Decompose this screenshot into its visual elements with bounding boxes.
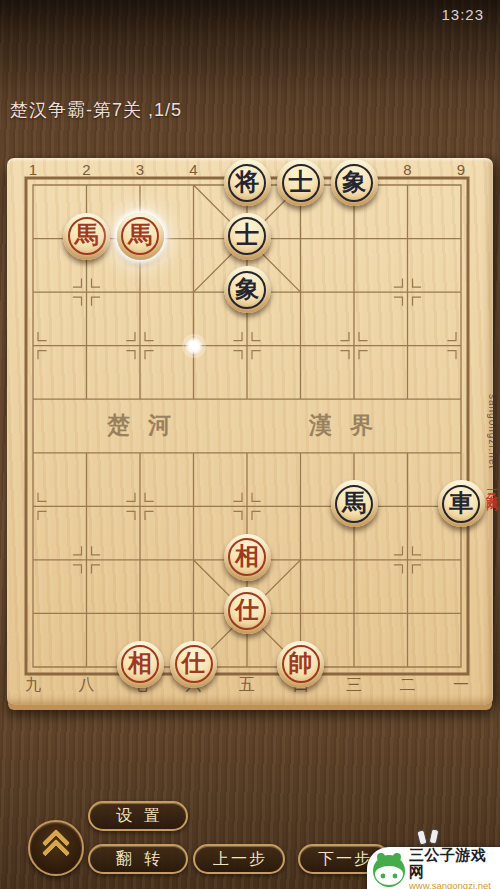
app-screen: 13:23 楚汉争霸-第7关 ,1/5 楚河 漢界 123456789九八七六五… [0,0,500,889]
file-label-top: 1 [22,161,44,178]
piece-red-elephant[interactable]: 相 [117,641,164,688]
watermark-vertical: sangongzi.net 三公子游戏网 [484,394,500,492]
sangongzi-logo-icon [371,852,407,888]
file-label-bottom: 一 [450,675,472,696]
expand-menu-button[interactable] [28,820,84,876]
piece-red-advisor[interactable]: 仕 [170,641,217,688]
file-label-bottom: 八 [76,675,98,696]
piece-black-advisor[interactable]: 士 [277,159,324,206]
move-origin-marker [181,333,207,359]
statusbar-shade [0,0,500,95]
piece-red-horse[interactable]: 馬 [117,213,164,260]
previous-move-button[interactable]: 上一步 [193,844,285,874]
level-title: 楚汉争霸-第7关 ,1/5 [10,98,182,122]
file-label-top: 4 [183,161,205,178]
file-label-bottom: 五 [236,675,258,696]
watermark-title: 三公子游戏网 [409,846,500,880]
watermark-box: 三公子游戏网 www.sangongzi.net [367,847,500,889]
mascot-ear-icon [416,829,427,845]
watermark-url: www.sangongzi.net [409,880,500,889]
file-label-bottom: 三 [343,675,365,696]
mascot-ear-icon [429,828,440,844]
piece-red-general[interactable]: 帥 [277,641,324,688]
file-label-bottom: 九 [22,675,44,696]
piece-black-elephant[interactable]: 象 [331,159,378,206]
piece-black-elephant[interactable]: 象 [224,266,271,313]
piece-red-advisor[interactable]: 仕 [224,587,271,634]
settings-button[interactable]: 设置 [88,801,188,831]
piece-red-elephant[interactable]: 相 [224,534,271,581]
file-label-top: 2 [76,161,98,178]
flip-board-button[interactable]: 翻转 [88,844,188,874]
xiangqi-board[interactable]: 楚河 漢界 123456789九八七六五四三二一将士象馬馬士象馬車相仕相仕帥 [7,158,493,705]
file-label-top: 9 [450,161,472,178]
piece-black-horse[interactable]: 馬 [331,480,378,527]
piece-black-general[interactable]: 将 [224,159,271,206]
piece-black-advisor[interactable]: 士 [224,213,271,260]
piece-black-chariot[interactable]: 車 [438,480,485,527]
clock-text: 13:23 [441,6,484,23]
file-label-top: 8 [397,161,419,178]
file-label-top: 3 [129,161,151,178]
river-label-right: 漢界 [309,410,391,441]
river-label-left: 楚河 [107,410,189,441]
piece-red-horse[interactable]: 馬 [63,213,110,260]
file-label-bottom: 二 [397,675,419,696]
